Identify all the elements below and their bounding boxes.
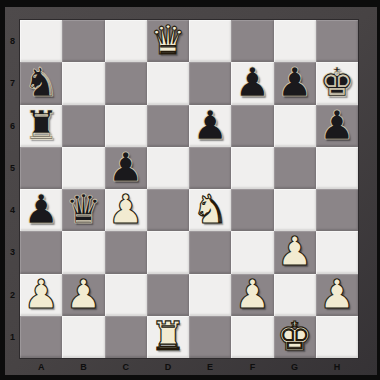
white-queen[interactable]: ♛	[150, 20, 186, 60]
square-g4[interactable]	[274, 189, 316, 231]
square-a8[interactable]	[20, 20, 62, 62]
square-e2[interactable]	[189, 274, 231, 316]
square-b4[interactable]: ♛	[62, 189, 104, 231]
square-b6[interactable]	[62, 105, 104, 147]
chess-app-window: ♛♞♟♟♚♜♟♟♟♟♛♟♞♟♟♟♟♟♜♚ 87654321 ABCDEFGH	[0, 0, 380, 380]
square-a3[interactable]	[20, 231, 62, 273]
white-pawn[interactable]: ♟	[319, 274, 355, 314]
rank-label-3: 3	[5, 231, 20, 273]
square-d8[interactable]: ♛	[147, 20, 189, 62]
file-label-g: G	[274, 358, 316, 375]
square-f5[interactable]	[231, 147, 273, 189]
square-f3[interactable]	[231, 231, 273, 273]
square-f8[interactable]	[231, 20, 273, 62]
rank-coordinates: 87654321	[5, 20, 20, 358]
square-g7[interactable]: ♟	[274, 62, 316, 104]
square-b2[interactable]: ♟	[62, 274, 104, 316]
white-knight[interactable]: ♞	[192, 189, 228, 229]
black-rook[interactable]: ♜	[23, 105, 59, 145]
square-g2[interactable]	[274, 274, 316, 316]
file-label-c: C	[105, 358, 147, 375]
square-g1[interactable]: ♚	[274, 316, 316, 358]
square-c1[interactable]	[105, 316, 147, 358]
square-a2[interactable]: ♟	[20, 274, 62, 316]
square-h5[interactable]	[316, 147, 358, 189]
square-f4[interactable]	[231, 189, 273, 231]
black-knight[interactable]: ♞	[23, 62, 59, 102]
square-e4[interactable]: ♞	[189, 189, 231, 231]
black-queen[interactable]: ♛	[65, 189, 101, 229]
square-c2[interactable]	[105, 274, 147, 316]
white-pawn[interactable]: ♟	[234, 274, 270, 314]
black-pawn[interactable]: ♟	[23, 189, 59, 229]
square-d7[interactable]	[147, 62, 189, 104]
square-h6[interactable]: ♟	[316, 105, 358, 147]
square-d5[interactable]	[147, 147, 189, 189]
black-pawn[interactable]: ♟	[234, 62, 270, 102]
black-pawn[interactable]: ♟	[277, 62, 313, 102]
square-d4[interactable]	[147, 189, 189, 231]
file-label-a: A	[20, 358, 62, 375]
square-b7[interactable]	[62, 62, 104, 104]
square-h3[interactable]	[316, 231, 358, 273]
square-f6[interactable]	[231, 105, 273, 147]
square-d2[interactable]	[147, 274, 189, 316]
square-c8[interactable]	[105, 20, 147, 62]
square-f7[interactable]: ♟	[231, 62, 273, 104]
black-pawn[interactable]: ♟	[319, 105, 355, 145]
square-e7[interactable]	[189, 62, 231, 104]
square-c4[interactable]: ♟	[105, 189, 147, 231]
square-a6[interactable]: ♜	[20, 105, 62, 147]
white-pawn[interactable]: ♟	[23, 274, 59, 314]
square-h1[interactable]	[316, 316, 358, 358]
file-label-e: E	[189, 358, 231, 375]
file-label-b: B	[62, 358, 104, 375]
file-label-h: H	[316, 358, 358, 375]
square-f1[interactable]	[231, 316, 273, 358]
square-e5[interactable]	[189, 147, 231, 189]
file-label-d: D	[147, 358, 189, 375]
square-f2[interactable]: ♟	[231, 274, 273, 316]
square-a4[interactable]: ♟	[20, 189, 62, 231]
rank-label-6: 6	[5, 105, 20, 147]
square-h4[interactable]	[316, 189, 358, 231]
square-e1[interactable]	[189, 316, 231, 358]
black-pawn[interactable]: ♟	[192, 105, 228, 145]
square-e6[interactable]: ♟	[189, 105, 231, 147]
rank-label-8: 8	[5, 20, 20, 62]
rank-label-1: 1	[5, 316, 20, 358]
square-c5[interactable]: ♟	[105, 147, 147, 189]
rank-label-4: 4	[5, 189, 20, 231]
square-d6[interactable]	[147, 105, 189, 147]
square-c6[interactable]	[105, 105, 147, 147]
square-d3[interactable]	[147, 231, 189, 273]
white-rook[interactable]: ♜	[150, 316, 186, 356]
file-label-f: F	[231, 358, 273, 375]
black-king[interactable]: ♚	[319, 62, 355, 102]
rank-label-7: 7	[5, 62, 20, 104]
square-c3[interactable]	[105, 231, 147, 273]
white-pawn[interactable]: ♟	[65, 274, 101, 314]
square-g5[interactable]	[274, 147, 316, 189]
square-a5[interactable]	[20, 147, 62, 189]
square-e3[interactable]	[189, 231, 231, 273]
square-h7[interactable]: ♚	[316, 62, 358, 104]
square-b5[interactable]	[62, 147, 104, 189]
square-g8[interactable]	[274, 20, 316, 62]
chess-board: ♛♞♟♟♚♜♟♟♟♟♛♟♞♟♟♟♟♟♜♚	[20, 20, 358, 358]
square-h8[interactable]	[316, 20, 358, 62]
white-king[interactable]: ♚	[277, 316, 313, 356]
square-g3[interactable]: ♟	[274, 231, 316, 273]
square-b1[interactable]	[62, 316, 104, 358]
square-c7[interactable]	[105, 62, 147, 104]
square-b3[interactable]	[62, 231, 104, 273]
square-a7[interactable]: ♞	[20, 62, 62, 104]
square-b8[interactable]	[62, 20, 104, 62]
square-a1[interactable]	[20, 316, 62, 358]
black-pawn[interactable]: ♟	[108, 147, 144, 187]
rank-label-2: 2	[5, 274, 20, 316]
rank-label-5: 5	[5, 147, 20, 189]
file-coordinates: ABCDEFGH	[20, 358, 358, 375]
square-d1[interactable]: ♜	[147, 316, 189, 358]
white-pawn[interactable]: ♟	[108, 189, 144, 229]
white-pawn[interactable]: ♟	[277, 231, 313, 271]
square-e8[interactable]	[189, 20, 231, 62]
square-h2[interactable]: ♟	[316, 274, 358, 316]
square-g6[interactable]	[274, 105, 316, 147]
